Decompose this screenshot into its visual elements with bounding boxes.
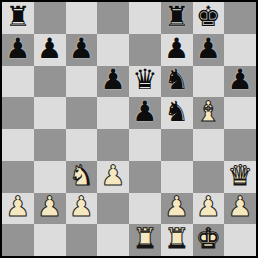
black-knight-piece: ♞ (164, 98, 189, 126)
square-e8[interactable] (129, 2, 161, 34)
square-g3[interactable] (193, 161, 225, 193)
white-pawn-piece: ♟ (164, 193, 189, 221)
square-a6[interactable] (2, 66, 34, 98)
square-g5[interactable]: ♝ (193, 97, 225, 129)
black-pawn-piece: ♟ (228, 66, 253, 94)
square-c6[interactable] (66, 66, 98, 98)
black-pawn-piece: ♟ (132, 98, 157, 126)
black-queen-piece: ♛ (132, 66, 157, 94)
square-h2[interactable]: ♟ (224, 193, 256, 225)
black-pawn-piece: ♟ (164, 35, 189, 63)
white-king-piece: ♚ (196, 225, 221, 253)
square-b7[interactable]: ♟ (34, 34, 66, 66)
square-h1[interactable] (224, 224, 256, 256)
square-c3[interactable]: ♞ (66, 161, 98, 193)
square-d6[interactable]: ♟ (97, 66, 129, 98)
square-e4[interactable] (129, 129, 161, 161)
square-a8[interactable]: ♜ (2, 2, 34, 34)
square-d2[interactable] (97, 193, 129, 225)
white-pawn-piece: ♟ (69, 193, 94, 221)
square-f8[interactable]: ♜ (161, 2, 193, 34)
square-a3[interactable] (2, 161, 34, 193)
square-a5[interactable] (2, 97, 34, 129)
white-queen-piece: ♛ (228, 162, 253, 190)
square-b2[interactable]: ♟ (34, 193, 66, 225)
square-b4[interactable] (34, 129, 66, 161)
square-g4[interactable] (193, 129, 225, 161)
square-f3[interactable] (161, 161, 193, 193)
square-f5[interactable]: ♞ (161, 97, 193, 129)
white-pawn-piece: ♟ (5, 193, 30, 221)
square-b1[interactable] (34, 224, 66, 256)
square-d5[interactable] (97, 97, 129, 129)
square-c5[interactable] (66, 97, 98, 129)
square-e6[interactable]: ♛ (129, 66, 161, 98)
square-f1[interactable]: ♜ (161, 224, 193, 256)
square-d4[interactable] (97, 129, 129, 161)
black-rook-piece: ♜ (164, 3, 189, 31)
black-pawn-piece: ♟ (196, 35, 221, 63)
square-b5[interactable] (34, 97, 66, 129)
square-b8[interactable] (34, 2, 66, 34)
square-e5[interactable]: ♟ (129, 97, 161, 129)
white-pawn-piece: ♟ (37, 193, 62, 221)
white-bishop-piece: ♝ (196, 98, 221, 126)
square-g2[interactable]: ♟ (193, 193, 225, 225)
white-knight-piece: ♞ (69, 162, 94, 190)
black-pawn-piece: ♟ (5, 35, 30, 63)
square-h6[interactable]: ♟ (224, 66, 256, 98)
black-rook-piece: ♜ (5, 3, 30, 31)
black-knight-piece: ♞ (164, 66, 189, 94)
square-a2[interactable]: ♟ (2, 193, 34, 225)
black-pawn-piece: ♟ (37, 35, 62, 63)
square-a4[interactable] (2, 129, 34, 161)
square-f6[interactable]: ♞ (161, 66, 193, 98)
square-d3[interactable]: ♟ (97, 161, 129, 193)
square-g8[interactable]: ♚ (193, 2, 225, 34)
square-h4[interactable] (224, 129, 256, 161)
square-g6[interactable] (193, 66, 225, 98)
white-pawn-piece: ♟ (228, 193, 253, 221)
square-h8[interactable] (224, 2, 256, 34)
square-c2[interactable]: ♟ (66, 193, 98, 225)
square-c1[interactable] (66, 224, 98, 256)
square-c8[interactable] (66, 2, 98, 34)
square-c7[interactable]: ♟ (66, 34, 98, 66)
square-e1[interactable]: ♜ (129, 224, 161, 256)
square-h7[interactable] (224, 34, 256, 66)
square-f2[interactable]: ♟ (161, 193, 193, 225)
square-a7[interactable]: ♟ (2, 34, 34, 66)
square-e2[interactable] (129, 193, 161, 225)
square-b6[interactable] (34, 66, 66, 98)
square-a1[interactable] (2, 224, 34, 256)
black-pawn-piece: ♟ (101, 66, 126, 94)
square-c4[interactable] (66, 129, 98, 161)
square-e7[interactable] (129, 34, 161, 66)
chess-board: ♜♜♚♟♟♟♟♟♟♛♞♟♟♞♝♞♟♛♟♟♟♟♟♟♜♜♚ (0, 0, 258, 258)
black-king-piece: ♚ (196, 3, 221, 31)
square-f7[interactable]: ♟ (161, 34, 193, 66)
square-e3[interactable] (129, 161, 161, 193)
square-h3[interactable]: ♛ (224, 161, 256, 193)
white-pawn-piece: ♟ (196, 193, 221, 221)
white-rook-piece: ♜ (164, 225, 189, 253)
square-d8[interactable] (97, 2, 129, 34)
square-d7[interactable] (97, 34, 129, 66)
black-pawn-piece: ♟ (69, 35, 94, 63)
square-g1[interactable]: ♚ (193, 224, 225, 256)
square-d1[interactable] (97, 224, 129, 256)
square-g7[interactable]: ♟ (193, 34, 225, 66)
white-pawn-piece: ♟ (101, 162, 126, 190)
square-h5[interactable] (224, 97, 256, 129)
square-b3[interactable] (34, 161, 66, 193)
square-f4[interactable] (161, 129, 193, 161)
white-rook-piece: ♜ (132, 225, 157, 253)
